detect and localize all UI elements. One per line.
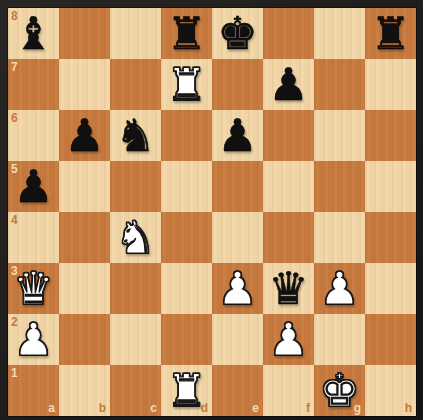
square-c6[interactable]: ♞ [110,110,161,161]
square-h3[interactable] [365,263,416,314]
white-pawn-piece[interactable]: ♟ [268,317,308,362]
square-a2[interactable]: 2♟ [8,314,59,365]
square-b1[interactable]: b [59,365,110,416]
square-g8[interactable] [314,8,365,59]
black-king-piece[interactable]: ♚ [217,11,257,56]
square-d3[interactable] [161,263,212,314]
square-a4[interactable]: 4 [8,212,59,263]
square-d7[interactable]: ♜ [161,59,212,110]
square-d8[interactable]: ♜ [161,8,212,59]
square-g7[interactable] [314,59,365,110]
black-rook-piece[interactable]: ♜ [370,11,410,56]
square-e4[interactable] [212,212,263,263]
white-rook-piece[interactable]: ♜ [166,368,206,413]
white-king-piece[interactable]: ♚ [319,368,359,413]
file-label-h: h [405,402,412,414]
square-f4[interactable] [263,212,314,263]
square-f6[interactable] [263,110,314,161]
square-a3[interactable]: 3♛ [8,263,59,314]
square-b8[interactable] [59,8,110,59]
square-d1[interactable]: d♜ [161,365,212,416]
square-e6[interactable]: ♟ [212,110,263,161]
black-pawn-piece[interactable]: ♟ [64,113,104,158]
square-h4[interactable] [365,212,416,263]
square-h6[interactable] [365,110,416,161]
file-label-f: f [306,402,310,414]
square-b7[interactable] [59,59,110,110]
square-b6[interactable]: ♟ [59,110,110,161]
white-queen-piece[interactable]: ♛ [13,266,53,311]
white-rook-piece[interactable]: ♜ [166,62,206,107]
square-e3[interactable]: ♟ [212,263,263,314]
square-f3[interactable]: ♛ [263,263,314,314]
rank-label-1: 1 [11,367,18,379]
file-label-b: b [99,402,106,414]
square-b4[interactable] [59,212,110,263]
white-pawn-piece[interactable]: ♟ [13,317,53,362]
square-g1[interactable]: g♚ [314,365,365,416]
chess-app-background: 8♝♜♚♜7♜♟6♟♞♟5♟4♞3♛♟♛♟2♟♟1abcd♜efg♚h [0,0,423,420]
square-b5[interactable] [59,161,110,212]
square-d5[interactable] [161,161,212,212]
square-d6[interactable] [161,110,212,161]
black-rook-piece[interactable]: ♜ [166,11,206,56]
white-pawn-piece[interactable]: ♟ [217,266,257,311]
square-f8[interactable] [263,8,314,59]
square-f1[interactable]: f [263,365,314,416]
square-h1[interactable]: h [365,365,416,416]
chess-board: 8♝♜♚♜7♜♟6♟♞♟5♟4♞3♛♟♛♟2♟♟1abcd♜efg♚h [8,8,416,416]
white-pawn-piece[interactable]: ♟ [319,266,359,311]
square-b3[interactable] [59,263,110,314]
square-a7[interactable]: 7 [8,59,59,110]
rank-label-4: 4 [11,214,18,226]
square-c1[interactable]: c [110,365,161,416]
square-h7[interactable] [365,59,416,110]
black-bishop-piece[interactable]: ♝ [13,11,53,56]
square-d2[interactable] [161,314,212,365]
square-f2[interactable]: ♟ [263,314,314,365]
square-e2[interactable] [212,314,263,365]
black-queen-piece[interactable]: ♛ [268,266,308,311]
black-pawn-piece[interactable]: ♟ [268,62,308,107]
square-e5[interactable] [212,161,263,212]
file-label-e: e [252,402,259,414]
square-c2[interactable] [110,314,161,365]
square-e7[interactable] [212,59,263,110]
white-knight-piece[interactable]: ♞ [115,215,155,260]
square-f7[interactable]: ♟ [263,59,314,110]
square-c8[interactable] [110,8,161,59]
square-g3[interactable]: ♟ [314,263,365,314]
square-d4[interactable] [161,212,212,263]
square-h8[interactable]: ♜ [365,8,416,59]
square-g4[interactable] [314,212,365,263]
black-pawn-piece[interactable]: ♟ [217,113,257,158]
square-a8[interactable]: 8♝ [8,8,59,59]
black-pawn-piece[interactable]: ♟ [13,164,53,209]
square-c4[interactable]: ♞ [110,212,161,263]
rank-label-6: 6 [11,112,18,124]
square-e8[interactable]: ♚ [212,8,263,59]
black-knight-piece[interactable]: ♞ [115,113,155,158]
square-c7[interactable] [110,59,161,110]
square-h2[interactable] [365,314,416,365]
square-g2[interactable] [314,314,365,365]
square-f5[interactable] [263,161,314,212]
square-h5[interactable] [365,161,416,212]
square-a5[interactable]: 5♟ [8,161,59,212]
file-label-c: c [150,402,157,414]
square-a1[interactable]: 1a [8,365,59,416]
file-label-a: a [48,402,55,414]
square-a6[interactable]: 6 [8,110,59,161]
rank-label-7: 7 [11,61,18,73]
square-g5[interactable] [314,161,365,212]
square-c5[interactable] [110,161,161,212]
square-c3[interactable] [110,263,161,314]
square-g6[interactable] [314,110,365,161]
square-e1[interactable]: e [212,365,263,416]
square-b2[interactable] [59,314,110,365]
